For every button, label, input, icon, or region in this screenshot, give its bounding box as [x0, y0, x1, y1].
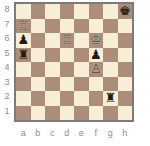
square-c8[interactable]	[45, 4, 60, 19]
square-g6[interactable]	[103, 33, 118, 48]
chess-diagram: 87654321 ♚♖♟♖♔♜♟♙♜ abcdefgh	[0, 0, 150, 146]
square-f7[interactable]	[89, 19, 104, 34]
chess-board: ♚♖♟♖♔♜♟♙♜	[16, 4, 132, 120]
square-b3[interactable]	[31, 77, 46, 92]
file-labels: abcdefgh	[16, 127, 132, 139]
square-e5[interactable]	[74, 48, 89, 63]
square-e4[interactable]	[74, 62, 89, 77]
square-e8[interactable]	[74, 4, 89, 19]
square-h1[interactable]	[118, 106, 133, 121]
square-e1[interactable]	[74, 106, 89, 121]
rank-label-5: 5	[0, 46, 14, 61]
rank-labels: 87654321	[0, 0, 14, 118]
square-f1[interactable]	[89, 106, 104, 121]
square-f8[interactable]	[89, 4, 104, 19]
rank-label-6: 6	[0, 31, 14, 46]
black-pawn-piece: ♟	[16, 33, 31, 48]
square-h7[interactable]	[118, 19, 133, 34]
black-king-piece: ♚	[118, 4, 133, 19]
square-d3[interactable]	[60, 77, 75, 92]
file-label-b: b	[31, 127, 46, 139]
rank-label-2: 2	[0, 89, 14, 104]
white-king-piece: ♔	[89, 33, 104, 48]
square-g1[interactable]	[103, 106, 118, 121]
square-f2[interactable]	[89, 91, 104, 106]
square-d7[interactable]	[60, 19, 75, 34]
square-f3[interactable]	[89, 77, 104, 92]
rank-label-7: 7	[0, 17, 14, 32]
square-a2[interactable]	[16, 91, 31, 106]
rank-label-8: 8	[0, 2, 14, 17]
file-label-c: c	[45, 127, 60, 139]
square-c1[interactable]	[45, 106, 60, 121]
square-b5[interactable]	[31, 48, 46, 63]
square-b2[interactable]	[31, 91, 46, 106]
square-b8[interactable]	[31, 4, 46, 19]
square-f4[interactable]: ♙	[89, 62, 104, 77]
square-c7[interactable]	[45, 19, 60, 34]
white-pawn-piece: ♙	[89, 62, 104, 77]
square-a3[interactable]	[16, 77, 31, 92]
square-e7[interactable]	[74, 19, 89, 34]
white-rook-piece: ♖	[16, 19, 31, 34]
square-a6[interactable]: ♟	[16, 33, 31, 48]
square-g8[interactable]	[103, 4, 118, 19]
rank-label-3: 3	[0, 75, 14, 90]
square-e2[interactable]	[74, 91, 89, 106]
square-d4[interactable]	[60, 62, 75, 77]
black-rook-piece: ♜	[103, 91, 118, 106]
black-pawn-piece: ♟	[89, 48, 104, 63]
square-b6[interactable]	[31, 33, 46, 48]
file-label-e: e	[74, 127, 89, 139]
square-h6[interactable]	[118, 33, 133, 48]
file-label-a: a	[16, 127, 31, 139]
board-border: ♚♖♟♖♔♜♟♙♜	[14, 2, 134, 122]
square-c5[interactable]	[45, 48, 60, 63]
square-g5[interactable]	[103, 48, 118, 63]
square-g3[interactable]	[103, 77, 118, 92]
square-g7[interactable]	[103, 19, 118, 34]
square-a5[interactable]: ♜	[16, 48, 31, 63]
square-b1[interactable]	[31, 106, 46, 121]
square-h2[interactable]	[118, 91, 133, 106]
square-c3[interactable]	[45, 77, 60, 92]
square-c2[interactable]	[45, 91, 60, 106]
square-d2[interactable]	[60, 91, 75, 106]
board-with-rank-labels: 87654321 ♚♖♟♖♔♜♟♙♜	[0, 0, 150, 122]
file-label-g: g	[103, 127, 118, 139]
square-d8[interactable]	[60, 4, 75, 19]
file-label-h: h	[118, 127, 133, 139]
square-c6[interactable]	[45, 33, 60, 48]
file-label-f: f	[89, 127, 104, 139]
square-g2[interactable]: ♜	[103, 91, 118, 106]
square-f6[interactable]: ♔	[89, 33, 104, 48]
square-f5[interactable]: ♟	[89, 48, 104, 63]
square-h4[interactable]	[118, 62, 133, 77]
square-b4[interactable]	[31, 62, 46, 77]
square-d5[interactable]	[60, 48, 75, 63]
white-rook-piece: ♖	[60, 33, 75, 48]
square-a1[interactable]	[16, 106, 31, 121]
square-e6[interactable]	[74, 33, 89, 48]
square-h5[interactable]	[118, 48, 133, 63]
file-label-d: d	[60, 127, 75, 139]
square-a8[interactable]	[16, 4, 31, 19]
square-c4[interactable]	[45, 62, 60, 77]
square-d1[interactable]	[60, 106, 75, 121]
rank-label-4: 4	[0, 60, 14, 75]
rank-label-1: 1	[0, 104, 14, 119]
black-rook-piece: ♜	[16, 48, 31, 63]
square-g4[interactable]	[103, 62, 118, 77]
square-b7[interactable]	[31, 19, 46, 34]
square-a4[interactable]	[16, 62, 31, 77]
square-h8[interactable]: ♚	[118, 4, 133, 19]
square-h3[interactable]	[118, 77, 133, 92]
square-a7[interactable]: ♖	[16, 19, 31, 34]
square-e3[interactable]	[74, 77, 89, 92]
square-d6[interactable]: ♖	[60, 33, 75, 48]
